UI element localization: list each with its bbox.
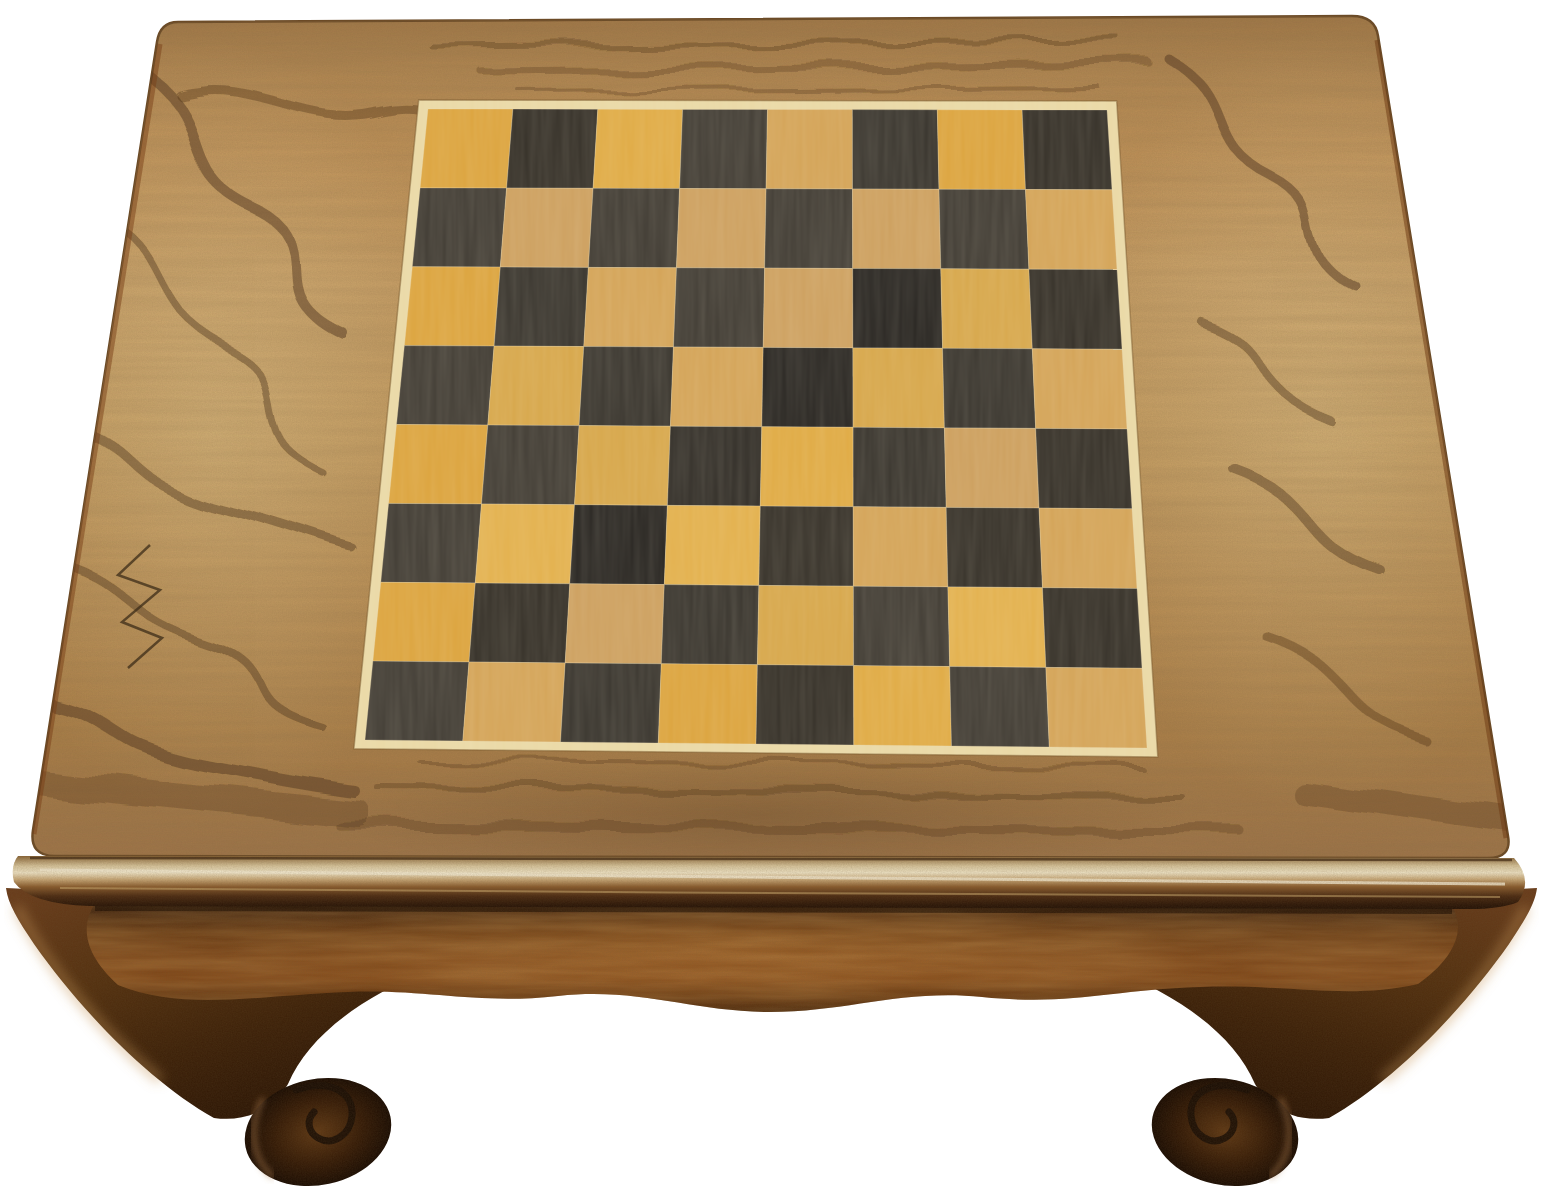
table-photo-svg — [0, 0, 1543, 1200]
chessboard — [350, 95, 1170, 765]
board-grain-overlay — [350, 95, 1170, 765]
chess-table-photo: Overhead photograph of an antique walnut… — [0, 0, 1543, 1200]
base-wood-speckle — [0, 845, 1543, 1200]
